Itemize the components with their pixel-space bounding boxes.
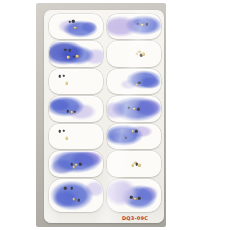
dark-stud-gem — [62, 129, 65, 132]
dark-stud-gem — [79, 163, 82, 166]
gold-stud-gem — [135, 84, 138, 87]
dark-stud-gem — [59, 75, 62, 78]
photo-background: DQ3-09C — [36, 3, 166, 227]
product-photo: DQ3-09C — [0, 0, 230, 230]
gold-stud-gem — [141, 23, 144, 26]
dark-stud-gem — [146, 23, 149, 26]
gold-stud-gem — [138, 50, 141, 53]
gold-stud-gem — [73, 198, 76, 201]
nail-sticker-r7c1 — [49, 179, 103, 212]
gold-stud-gem — [75, 163, 78, 166]
nail-sticker-r3c1 — [49, 69, 103, 94]
dark-stud-gem — [64, 187, 67, 190]
dark-stud-gem — [73, 56, 76, 59]
gold-stud-gem — [76, 55, 79, 58]
dark-stud-gem — [74, 110, 77, 113]
dark-stud-gem — [77, 199, 80, 202]
dark-stud-gem — [62, 74, 65, 77]
gold-stud-gem — [132, 130, 135, 133]
dark-stud-gem — [68, 49, 71, 52]
dark-stud-gem — [125, 137, 128, 140]
gold-stud-gem — [74, 27, 77, 30]
gold-stud-gem — [132, 164, 135, 167]
nail-sticker-r6c1 — [49, 151, 103, 176]
dark-stud-gem — [135, 130, 138, 133]
dark-stud-gem — [59, 130, 62, 133]
dark-stud-gem — [72, 20, 75, 23]
gold-stud-gem — [67, 56, 70, 59]
dark-stud-gem — [138, 197, 141, 200]
dark-stud-gem — [67, 110, 70, 113]
nail-sticker-r4c2 — [107, 96, 161, 121]
nail-sticker-r1c2 — [107, 14, 161, 39]
dark-stud-gem — [127, 107, 130, 110]
dark-stud-gem — [70, 187, 73, 190]
sticker-grid — [49, 14, 161, 212]
product-code: DQ3-09C — [122, 216, 148, 221]
nail-sticker-r5c1 — [49, 124, 103, 149]
dark-stud-gem — [137, 108, 140, 111]
gold-stud-gem — [66, 82, 69, 85]
nail-wrap-sheet: DQ3-09C — [44, 10, 164, 223]
nail-sticker-r6c2 — [107, 151, 161, 176]
nail-sticker-r1c1 — [49, 14, 103, 39]
nail-sticker-r4c1 — [49, 96, 103, 121]
nail-sticker-r7c2 — [107, 179, 161, 212]
dark-stud-gem — [68, 20, 71, 23]
gold-stud-gem — [138, 164, 141, 167]
nail-sticker-r2c1 — [49, 41, 103, 66]
dark-stud-gem — [137, 22, 140, 25]
gold-stud-gem — [142, 53, 145, 56]
gold-stud-gem — [70, 111, 73, 114]
nail-sticker-r2c2 — [107, 41, 161, 66]
dark-stud-gem — [64, 48, 67, 51]
nail-sticker-r5c2 — [107, 124, 161, 149]
gold-stud-gem — [133, 107, 136, 110]
dark-stud-gem — [130, 196, 133, 199]
gold-stud-gem — [73, 166, 76, 169]
gold-stud-gem — [134, 198, 137, 201]
dark-stud-gem — [138, 82, 141, 85]
nail-sticker-r3c2 — [107, 69, 161, 94]
gold-stud-gem — [66, 137, 69, 140]
